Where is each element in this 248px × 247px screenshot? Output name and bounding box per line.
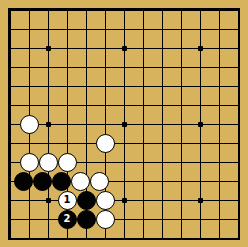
stone-white xyxy=(58,153,77,172)
stone-black xyxy=(77,191,96,210)
go-board: 12 xyxy=(0,0,247,247)
stone-white xyxy=(96,210,115,229)
stone-black xyxy=(33,172,52,191)
stone-white xyxy=(96,134,115,153)
move-number-label: 2 xyxy=(64,214,71,224)
stone-black xyxy=(52,172,71,191)
move-number-label: 1 xyxy=(64,195,71,205)
stone-black xyxy=(14,172,33,191)
stone-black-move-2: 2 xyxy=(58,210,77,229)
go-diagram: 12 xyxy=(0,0,247,247)
stone-white xyxy=(71,172,90,191)
stone-white xyxy=(90,172,109,191)
stone-white xyxy=(20,115,39,134)
stone-white-move-1: 1 xyxy=(58,191,77,210)
stone-black xyxy=(77,210,96,229)
stone-white xyxy=(20,153,39,172)
stone-white xyxy=(96,191,115,210)
stone-white xyxy=(39,153,58,172)
stones-layer: 12 xyxy=(1,1,248,247)
